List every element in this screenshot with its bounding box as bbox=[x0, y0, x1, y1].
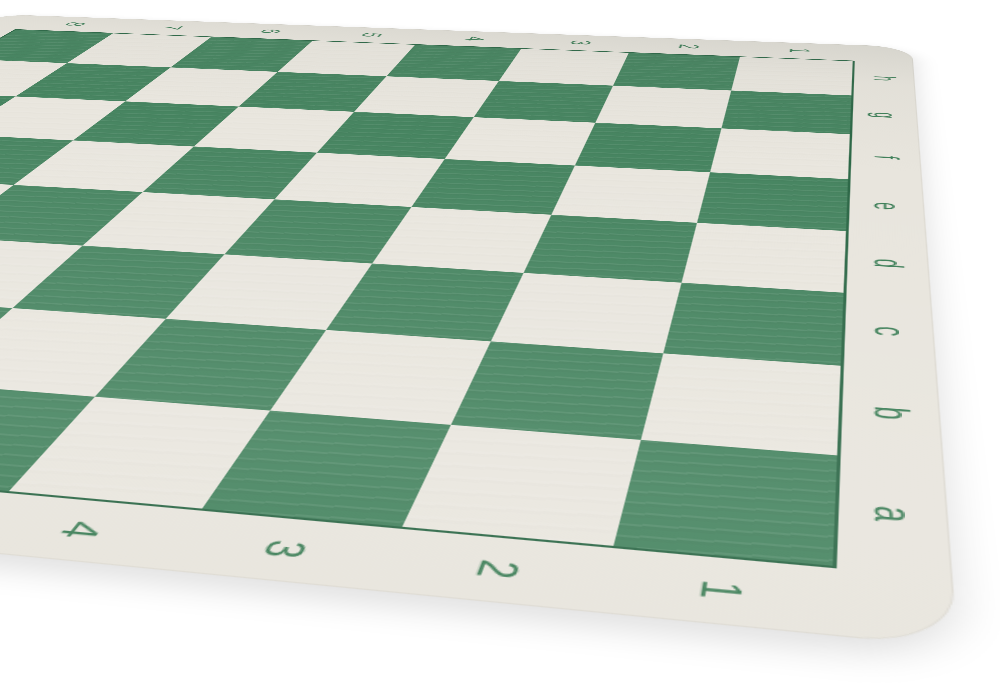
coordinate-cell: d bbox=[847, 231, 932, 298]
coordinate-label-5: 5 bbox=[356, 32, 386, 37]
square-d1[interactable] bbox=[681, 223, 846, 293]
coordinate-label-b: b bbox=[867, 405, 916, 421]
square-g3[interactable] bbox=[473, 81, 613, 123]
chess-board-grid bbox=[0, 29, 855, 568]
coordinate-cell: a bbox=[837, 457, 953, 579]
coordinate-label-2: 2 bbox=[466, 558, 527, 581]
square-b1[interactable] bbox=[640, 353, 841, 455]
coordinate-label-2: 2 bbox=[673, 44, 702, 49]
coordinate-label-8: 8 bbox=[59, 22, 89, 27]
square-g1[interactable] bbox=[721, 90, 851, 134]
coordinate-label-3: 3 bbox=[252, 538, 314, 560]
square-h1[interactable] bbox=[731, 57, 853, 95]
coordinate-label-a: a bbox=[866, 504, 921, 524]
square-f1[interactable] bbox=[710, 128, 850, 179]
file-labels-right-edge: hgfedcba bbox=[837, 61, 953, 579]
square-d2[interactable] bbox=[524, 215, 697, 283]
coordinate-label-h: h bbox=[869, 75, 899, 81]
coordinate-cell: h bbox=[854, 61, 916, 98]
coordinate-cell: c bbox=[844, 293, 937, 373]
square-e1[interactable] bbox=[696, 172, 848, 231]
coordinate-cell: b bbox=[841, 367, 944, 465]
vinyl-chess-mat: 87654321 87654321 hgfedcba hgfedcba bbox=[0, 14, 958, 648]
square-c1[interactable] bbox=[662, 282, 843, 365]
square-c2[interactable] bbox=[491, 273, 681, 354]
coordinate-label-4: 4 bbox=[459, 36, 489, 41]
coordinate-label-1: 1 bbox=[784, 48, 813, 53]
coordinate-label-c: c bbox=[867, 325, 912, 337]
coordinate-label-6: 6 bbox=[255, 29, 285, 34]
square-h3[interactable] bbox=[498, 49, 628, 86]
photo-background: 87654321 87654321 hgfedcba hgfedcba bbox=[0, 0, 1000, 700]
coordinate-cell: e bbox=[849, 179, 927, 236]
coordinate-cell: f bbox=[851, 134, 923, 183]
coordinate-label-f: f bbox=[869, 155, 904, 160]
coordinate-label-d: d bbox=[868, 258, 909, 269]
coordinate-label-1: 1 bbox=[689, 578, 749, 602]
coordinate-label-7: 7 bbox=[156, 25, 186, 30]
coordinate-label-4: 4 bbox=[49, 520, 112, 541]
square-h2[interactable] bbox=[613, 53, 739, 91]
coordinate-cell: g bbox=[852, 95, 919, 137]
coordinate-label-e: e bbox=[868, 201, 906, 210]
square-e2[interactable] bbox=[551, 165, 709, 222]
square-a1[interactable] bbox=[612, 439, 837, 565]
square-g2[interactable] bbox=[595, 85, 730, 128]
coordinate-label-3: 3 bbox=[565, 40, 594, 45]
square-b2[interactable] bbox=[451, 341, 662, 439]
square-f2[interactable] bbox=[575, 123, 721, 172]
square-f3[interactable] bbox=[444, 117, 595, 165]
coordinate-label-g: g bbox=[869, 112, 901, 119]
